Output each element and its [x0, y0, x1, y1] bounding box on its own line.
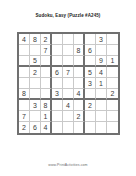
cell-r6c3[interactable] — [41, 89, 52, 100]
cell-r2c6[interactable]: 8 — [74, 45, 85, 56]
cell-r9c9[interactable] — [107, 122, 118, 133]
cell-r1c1[interactable]: 4 — [19, 34, 30, 45]
cell-r4c4[interactable]: 6 — [52, 67, 63, 78]
cell-r3c8[interactable]: 9 — [96, 56, 107, 67]
cell-r1c7[interactable] — [85, 34, 96, 45]
cell-r1c6[interactable] — [74, 34, 85, 45]
cell-r3c1[interactable] — [19, 56, 30, 67]
cell-r2c7[interactable]: 6 — [85, 45, 96, 56]
cell-r3c2[interactable]: 5 — [30, 56, 41, 67]
cell-r6c5[interactable] — [63, 89, 74, 100]
cell-r8c5[interactable] — [63, 111, 74, 122]
printable-sudoku-page: Sudoku, Easy (Puzzle #A245) 482378659126… — [0, 0, 136, 176]
cell-r6c4[interactable]: 3 — [52, 89, 63, 100]
cell-r5c3[interactable] — [41, 78, 52, 89]
cell-r4c6[interactable] — [74, 67, 85, 78]
cell-r6c9[interactable]: 2 — [107, 89, 118, 100]
cell-r2c4[interactable] — [52, 45, 63, 56]
cell-r2c3[interactable]: 7 — [41, 45, 52, 56]
cell-r9c5[interactable] — [63, 122, 74, 133]
cell-r9c3[interactable]: 4 — [41, 122, 52, 133]
cell-r3c9[interactable]: 1 — [107, 56, 118, 67]
cell-r4c5[interactable]: 7 — [63, 67, 74, 78]
cell-r8c8[interactable] — [96, 111, 107, 122]
cell-r8c1[interactable]: 7 — [19, 111, 30, 122]
cell-r5c2[interactable] — [30, 78, 41, 89]
cell-r5c8[interactable]: 1 — [96, 78, 107, 89]
cell-r7c1[interactable] — [19, 100, 30, 111]
cell-r1c4[interactable] — [52, 34, 63, 45]
cell-r7c6[interactable] — [74, 100, 85, 111]
cell-r1c3[interactable]: 2 — [41, 34, 52, 45]
cell-r9c2[interactable]: 6 — [30, 122, 41, 133]
cell-r4c2[interactable]: 2 — [30, 67, 41, 78]
cell-r5c7[interactable]: 3 — [85, 78, 96, 89]
cell-r7c4[interactable] — [52, 100, 63, 111]
site-credit: www.PrintActivities.com — [0, 163, 136, 167]
cell-r6c1[interactable]: 8 — [19, 89, 30, 100]
cell-r5c5[interactable] — [63, 78, 74, 89]
cell-r9c1[interactable]: 2 — [19, 122, 30, 133]
cell-r1c8[interactable]: 3 — [96, 34, 107, 45]
cell-r7c8[interactable] — [96, 100, 107, 111]
cell-r7c7[interactable]: 2 — [85, 100, 96, 111]
cell-r9c7[interactable] — [85, 122, 96, 133]
cell-r4c1[interactable] — [19, 67, 30, 78]
cell-r6c6[interactable]: 4 — [74, 89, 85, 100]
cell-r8c3[interactable]: 1 — [41, 111, 52, 122]
cell-r7c2[interactable]: 3 — [30, 100, 41, 111]
cell-r9c8[interactable] — [96, 122, 107, 133]
cell-r3c6[interactable] — [74, 56, 85, 67]
cell-r4c3[interactable] — [41, 67, 52, 78]
cell-r8c7[interactable] — [85, 111, 96, 122]
cell-r1c2[interactable]: 8 — [30, 34, 41, 45]
cell-r6c8[interactable] — [96, 89, 107, 100]
cell-r6c2[interactable] — [30, 89, 41, 100]
cell-r3c7[interactable] — [85, 56, 96, 67]
cell-r4c8[interactable]: 4 — [96, 67, 107, 78]
cell-r2c1[interactable] — [19, 45, 30, 56]
cell-r7c9[interactable] — [107, 100, 118, 111]
cell-r2c5[interactable] — [63, 45, 74, 56]
cell-r7c5[interactable]: 4 — [63, 100, 74, 111]
cell-r3c3[interactable] — [41, 56, 52, 67]
cell-r1c5[interactable] — [63, 34, 74, 45]
cell-r4c9[interactable] — [107, 67, 118, 78]
cell-r9c6[interactable] — [74, 122, 85, 133]
cell-r6c7[interactable] — [85, 89, 96, 100]
cell-r8c9[interactable] — [107, 111, 118, 122]
cell-r8c6[interactable]: 2 — [74, 111, 85, 122]
cell-r8c2[interactable] — [30, 111, 41, 122]
cell-r1c9[interactable] — [107, 34, 118, 45]
cell-r7c3[interactable]: 8 — [41, 100, 52, 111]
sudoku-board: 4823786591267543183423842712264 — [17, 32, 120, 135]
cell-r3c5[interactable] — [63, 56, 74, 67]
cell-r4c7[interactable]: 5 — [85, 67, 96, 78]
puzzle-title: Sudoku, Easy (Puzzle #A245) — [0, 13, 136, 18]
cell-r9c4[interactable] — [52, 122, 63, 133]
cell-r8c4[interactable] — [52, 111, 63, 122]
cell-r3c4[interactable] — [52, 56, 63, 67]
